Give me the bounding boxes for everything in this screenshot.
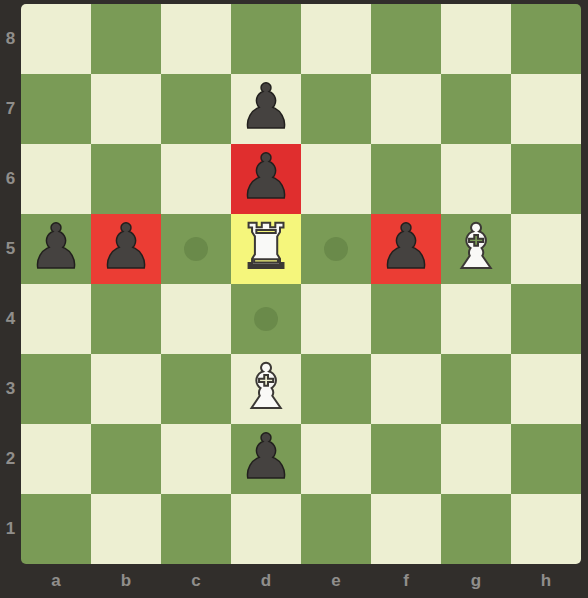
square-d6[interactable]: ♟ (231, 144, 301, 214)
square-d3[interactable]: ♝ (231, 354, 301, 424)
square-f1[interactable] (371, 494, 441, 564)
square-h6[interactable] (511, 144, 581, 214)
square-e2[interactable] (301, 424, 371, 494)
rank-label-8: 8 (0, 4, 21, 74)
chess-board[interactable]: ♟♟♟♟♜♟♝♝♟ (21, 4, 581, 564)
square-c3[interactable] (161, 354, 231, 424)
square-e1[interactable] (301, 494, 371, 564)
square-b6[interactable] (91, 144, 161, 214)
square-e8[interactable] (301, 4, 371, 74)
file-label-f: f (371, 564, 441, 598)
square-f7[interactable] (371, 74, 441, 144)
square-c7[interactable] (161, 74, 231, 144)
square-a3[interactable] (21, 354, 91, 424)
square-a2[interactable] (21, 424, 91, 494)
square-d7[interactable]: ♟ (231, 74, 301, 144)
piece-white-bishop[interactable]: ♝ (441, 212, 511, 282)
piece-black-pawn[interactable]: ♟ (21, 212, 91, 282)
piece-white-bishop[interactable]: ♝ (231, 352, 301, 422)
square-c8[interactable] (161, 4, 231, 74)
square-h5[interactable] (511, 214, 581, 284)
square-g4[interactable] (441, 284, 511, 354)
file-label-d: d (231, 564, 301, 598)
rank-label-1: 1 (0, 494, 21, 564)
square-f5[interactable]: ♟ (371, 214, 441, 284)
square-d5[interactable]: ♜ (231, 214, 301, 284)
square-f4[interactable] (371, 284, 441, 354)
square-g8[interactable] (441, 4, 511, 74)
rank-label-6: 6 (0, 144, 21, 214)
square-b3[interactable] (91, 354, 161, 424)
square-b7[interactable] (91, 74, 161, 144)
square-a1[interactable] (21, 494, 91, 564)
square-g1[interactable] (441, 494, 511, 564)
square-c6[interactable] (161, 144, 231, 214)
piece-black-pawn[interactable]: ♟ (371, 212, 441, 282)
square-d8[interactable] (231, 4, 301, 74)
square-c1[interactable] (161, 494, 231, 564)
square-e5[interactable] (301, 214, 371, 284)
legal-move-dot[interactable] (324, 237, 348, 261)
square-d1[interactable] (231, 494, 301, 564)
file-label-e: e (301, 564, 371, 598)
square-a6[interactable] (21, 144, 91, 214)
square-b8[interactable] (91, 4, 161, 74)
square-h3[interactable] (511, 354, 581, 424)
square-h1[interactable] (511, 494, 581, 564)
piece-black-pawn[interactable]: ♟ (91, 212, 161, 282)
rank-label-4: 4 (0, 284, 21, 354)
square-d4[interactable] (231, 284, 301, 354)
square-h8[interactable] (511, 4, 581, 74)
board-frame: 87654321 ♟♟♟♟♜♟♝♝♟ abcdefgh (0, 0, 588, 598)
square-c2[interactable] (161, 424, 231, 494)
rank-labels: 87654321 (0, 4, 21, 564)
square-a4[interactable] (21, 284, 91, 354)
legal-move-dot[interactable] (184, 237, 208, 261)
rank-label-2: 2 (0, 424, 21, 494)
square-g2[interactable] (441, 424, 511, 494)
square-g6[interactable] (441, 144, 511, 214)
legal-move-dot[interactable] (254, 307, 278, 331)
square-f6[interactable] (371, 144, 441, 214)
square-e4[interactable] (301, 284, 371, 354)
square-h2[interactable] (511, 424, 581, 494)
square-g7[interactable] (441, 74, 511, 144)
rank-label-5: 5 (0, 214, 21, 284)
rank-label-3: 3 (0, 354, 21, 424)
square-f3[interactable] (371, 354, 441, 424)
file-label-c: c (161, 564, 231, 598)
square-d2[interactable]: ♟ (231, 424, 301, 494)
file-label-b: b (91, 564, 161, 598)
square-f2[interactable] (371, 424, 441, 494)
square-a7[interactable] (21, 74, 91, 144)
square-c4[interactable] (161, 284, 231, 354)
square-f8[interactable] (371, 4, 441, 74)
file-label-g: g (441, 564, 511, 598)
file-label-h: h (511, 564, 581, 598)
square-e6[interactable] (301, 144, 371, 214)
square-e3[interactable] (301, 354, 371, 424)
square-h4[interactable] (511, 284, 581, 354)
square-b2[interactable] (91, 424, 161, 494)
piece-white-rook[interactable]: ♜ (231, 212, 301, 282)
square-e7[interactable] (301, 74, 371, 144)
square-b5[interactable]: ♟ (91, 214, 161, 284)
square-g5[interactable]: ♝ (441, 214, 511, 284)
square-c5[interactable] (161, 214, 231, 284)
rank-label-7: 7 (0, 74, 21, 144)
square-b4[interactable] (91, 284, 161, 354)
file-labels: abcdefgh (21, 564, 581, 598)
square-b1[interactable] (91, 494, 161, 564)
piece-black-pawn[interactable]: ♟ (231, 422, 301, 492)
square-g3[interactable] (441, 354, 511, 424)
square-a8[interactable] (21, 4, 91, 74)
file-label-a: a (21, 564, 91, 598)
piece-black-pawn[interactable]: ♟ (231, 142, 301, 212)
square-h7[interactable] (511, 74, 581, 144)
square-a5[interactable]: ♟ (21, 214, 91, 284)
piece-black-pawn[interactable]: ♟ (231, 72, 301, 142)
